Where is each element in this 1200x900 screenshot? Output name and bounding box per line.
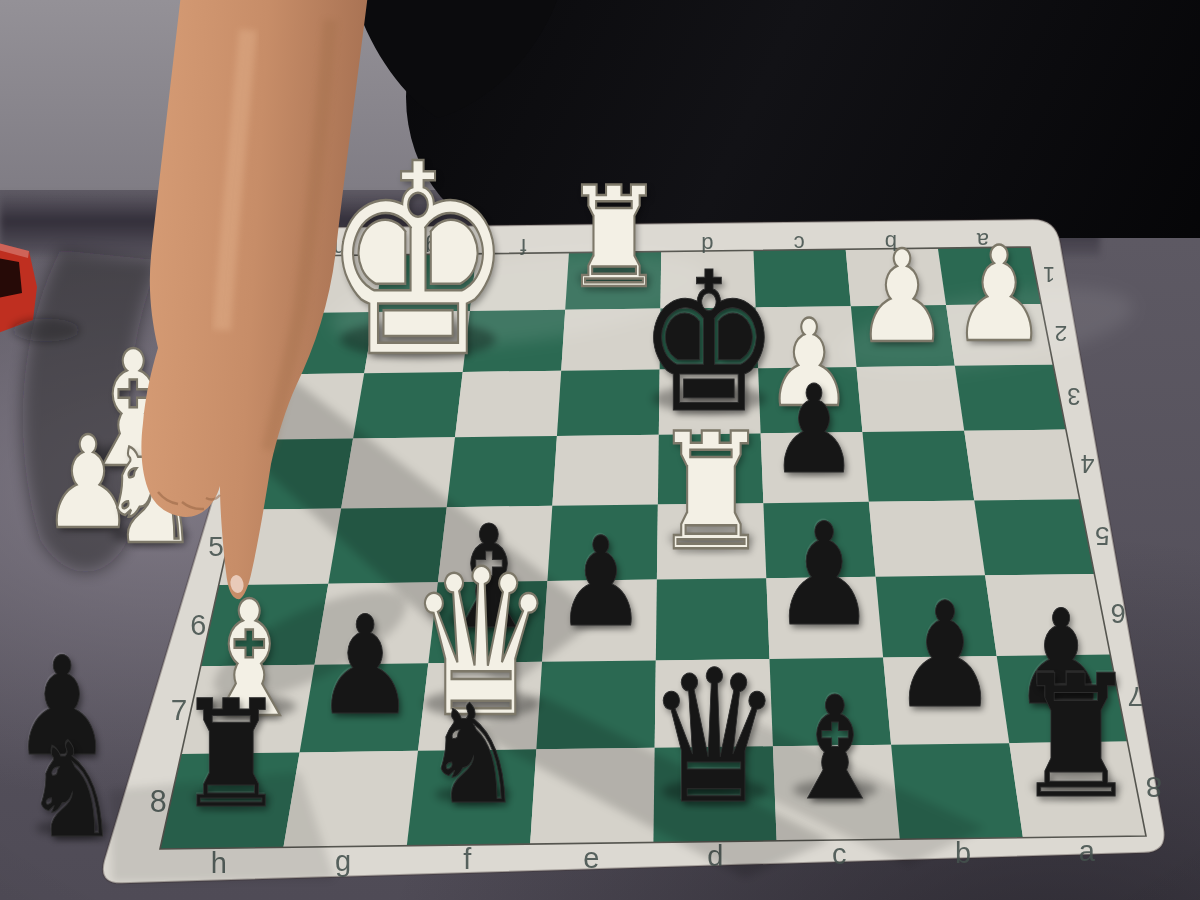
instructor-sleeve bbox=[336, 0, 560, 118]
pointing-arm bbox=[0, 0, 1200, 900]
pointing-hand bbox=[141, 0, 368, 599]
scene: hgfedcbahgfedcba1234567812345678 ♜♟♟♚♟♚♝… bbox=[0, 0, 1200, 900]
